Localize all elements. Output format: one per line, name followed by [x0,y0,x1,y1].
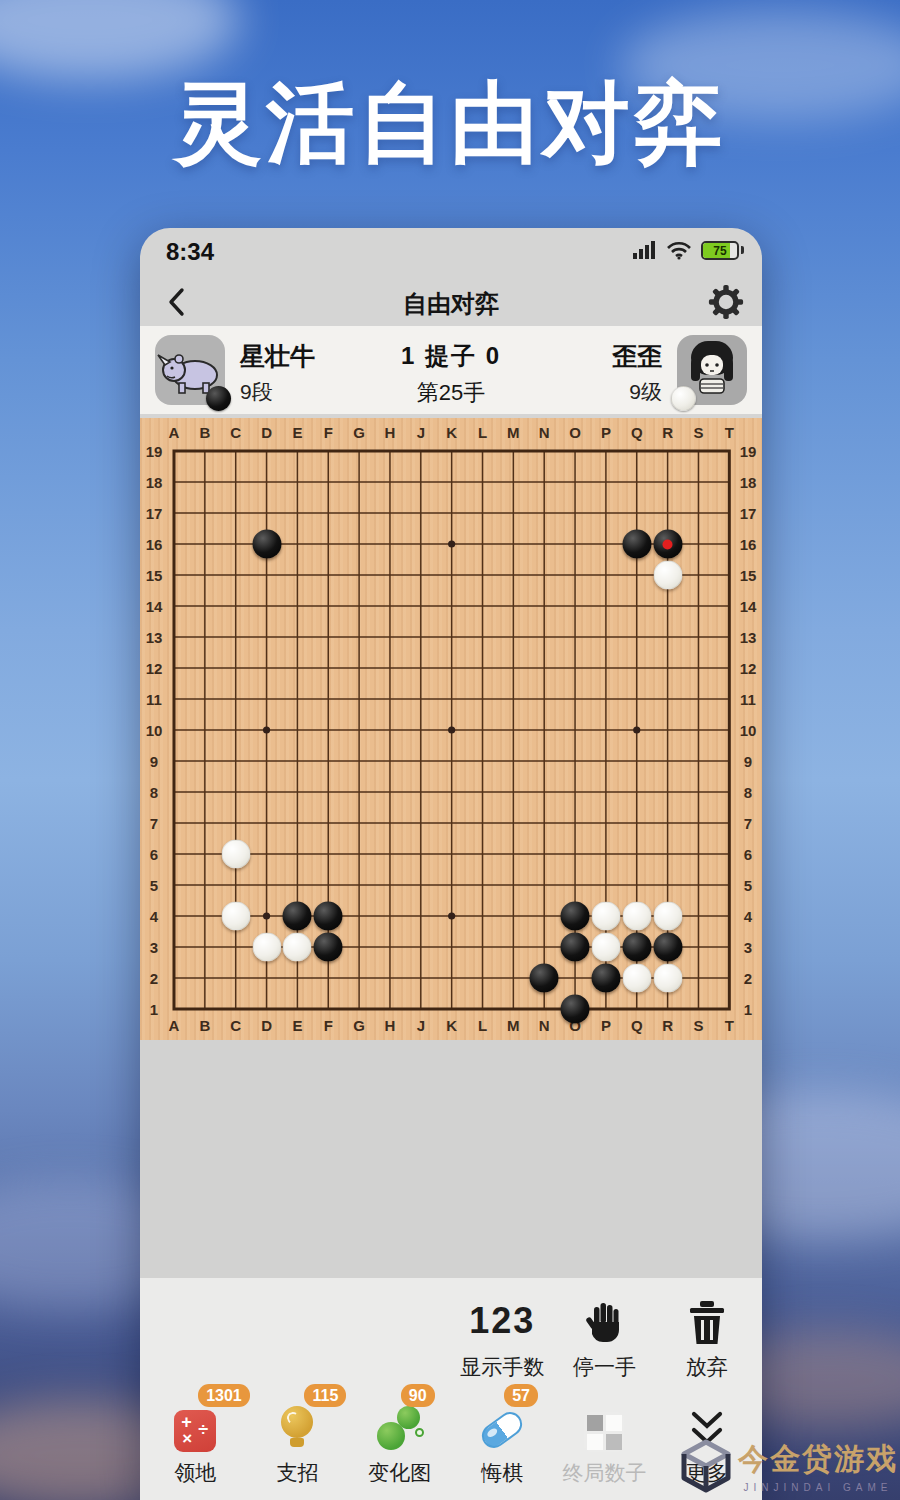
column-label-top: F [324,424,333,441]
captures-line: 1 提子 0 [140,340,762,372]
row-label-left: 19 [146,443,163,460]
row-label-left: 13 [146,629,163,646]
black-stone-O1 [561,995,590,1024]
column-label-top: R [662,424,673,441]
signal-bars-icon [633,240,657,260]
row-label-left: 15 [146,567,163,584]
row-label-right: 1 [744,1001,752,1018]
undo-button[interactable]: 57 悔棋 [451,1396,553,1487]
column-label-bottom: S [693,1017,703,1034]
white-stone-C4 [221,902,250,931]
white-stone-Q2 [622,964,651,993]
column-label-top: G [353,424,365,441]
row-label-right: 12 [740,660,757,677]
captures-black: 1 [401,342,416,369]
row-label-right: 17 [740,505,757,522]
row-label-right: 19 [740,443,757,460]
row-label-right: 18 [740,474,757,491]
white-stone-Q4 [622,902,651,931]
black-stone-E4 [283,902,312,931]
column-label-bottom: J [417,1017,425,1034]
undo-badge: 57 [504,1384,538,1407]
move-counter: 第25手 [140,378,762,408]
girl-avatar [677,335,747,405]
column-label-bottom: H [385,1017,396,1034]
row-label-left: 9 [150,753,158,770]
captures-label: 提子 [425,342,477,369]
black-stone-Q16 [622,530,651,559]
hand-pass-icon [582,1298,626,1346]
column-label-bottom: F [324,1017,333,1034]
row-label-right: 14 [740,598,757,615]
wifi-icon [666,240,692,260]
column-label-top: D [261,424,272,441]
row-label-left: 5 [150,877,158,894]
pass-button[interactable]: 停一手 [553,1290,655,1381]
black-stone-F3 [314,933,343,962]
star-point [263,912,270,919]
banner-title: 灵活自由对弈 [0,64,900,183]
star-point [448,540,455,547]
white-stone-R15 [653,561,682,590]
column-label-top: N [539,424,550,441]
black-stone-Q3 [622,933,651,962]
button-label: 终局数子 [562,1459,646,1487]
white-stone-P3 [591,933,620,962]
button-label: 显示手数 [460,1353,544,1381]
row-label-left: 18 [146,474,163,491]
button-label: 变化图 [368,1459,431,1487]
battery-icon: 75 [701,241,739,260]
white-stone-R2 [653,964,682,993]
move-numbers-123-icon: 123 [469,1296,535,1346]
watermark: 今金贷游戏 JINJINDAI GAME [680,1438,898,1494]
column-label-top: H [385,424,396,441]
hint-badge: 115 [304,1384,346,1407]
column-label-top: Q [631,424,643,441]
black-stone-R3 [653,933,682,962]
row-label-right: 11 [740,691,756,708]
board-lower-spacer [140,1040,762,1278]
row-label-left: 1 [150,1001,158,1018]
page-title: 自由对弈 [140,288,762,320]
white-stone-indicator [671,386,696,411]
row-label-right: 15 [740,567,757,584]
column-label-bottom: N [539,1017,550,1034]
white-stone-C6 [221,840,250,869]
player-white-rank: 9级 [629,378,662,406]
resign-button[interactable]: 放弃 [656,1290,758,1381]
column-label-bottom: G [353,1017,365,1034]
row-label-right: 10 [740,722,757,739]
final-count-icon [584,1412,624,1452]
row-label-right: 6 [744,846,752,863]
column-label-bottom: D [261,1017,272,1034]
undo-capsule-icon [477,1407,527,1452]
row-label-right: 2 [744,970,752,987]
captures-white: 0 [486,342,501,369]
trash-resign-icon [686,1300,728,1346]
battery-nub [741,246,744,254]
column-label-bottom: A [169,1017,180,1034]
white-stone-E3 [283,933,312,962]
row-label-left: 11 [146,691,162,708]
row-label-right: 16 [740,536,757,553]
column-label-top: C [230,424,241,441]
row-label-left: 3 [150,939,158,956]
column-label-top: K [446,424,457,441]
star-point [448,726,455,733]
column-label-top: P [601,424,611,441]
black-stone-R16 [653,530,682,559]
column-label-top: T [725,424,734,441]
show-move-numbers-button[interactable]: 123 显示手数 [451,1290,553,1381]
nav-bar: 自由对弈 [140,276,762,328]
column-label-bottom: L [478,1017,487,1034]
column-label-top: M [507,424,520,441]
button-label: 悔棋 [481,1459,523,1487]
black-stone-N2 [530,964,559,993]
row-label-right: 7 [744,815,752,832]
row-label-left: 7 [150,815,158,832]
column-label-bottom: C [230,1017,241,1034]
variation-stones-icon [377,1406,423,1452]
column-label-top: E [292,424,302,441]
column-label-top: J [417,424,425,441]
column-label-bottom: T [725,1017,734,1034]
white-stone-P4 [591,902,620,931]
hint-bulb-icon [280,1406,314,1452]
gear-icon [708,284,744,320]
button-label: 支招 [276,1459,318,1487]
last-move-marker [663,539,673,549]
settings-button[interactable] [708,284,744,320]
territory-badge: 1301 [198,1384,250,1407]
row-label-left: 2 [150,970,158,987]
black-stone-D16 [252,530,281,559]
column-label-top: B [199,424,210,441]
column-label-top: S [693,424,703,441]
row-label-left: 8 [150,784,158,801]
final-count-button: 终局数子 [553,1396,655,1487]
star-point [263,726,270,733]
black-stone-P2 [591,964,620,993]
hint-button[interactable]: 115 支招 [246,1396,348,1487]
row-label-right: 4 [744,908,752,925]
status-bar: 8:34 75 [140,228,762,276]
column-label-bottom: P [601,1017,611,1034]
white-stone-R4 [653,902,682,931]
column-label-bottom: Q [631,1017,643,1034]
player-info-bar: 星壮牛 9段 1 提子 0 第25手 歪歪 9级 [140,326,762,414]
watermark-subtext: JINJINDAI GAME [744,1482,893,1493]
black-stone-O4 [561,902,590,931]
clock-time: 8:34 [166,238,214,266]
row-label-right: 8 [744,784,752,801]
territory-calculator-icon: +×÷ [174,1410,216,1452]
column-label-bottom: M [507,1017,520,1034]
row-label-left: 6 [150,846,158,863]
screenshot-canvas: 灵活自由对弈 8:34 75 [0,0,900,1500]
row-label-right: 5 [744,877,752,894]
column-label-top: O [569,424,581,441]
column-label-bottom: B [199,1017,210,1034]
variation-button[interactable]: 90 变化图 [349,1396,451,1487]
row-label-left: 14 [146,598,163,615]
cube-logo [680,1438,732,1494]
column-label-bottom: K [446,1017,457,1034]
player-white-name: 歪歪 [612,340,662,373]
column-label-bottom: E [292,1017,302,1034]
territory-button[interactable]: +×÷ 1301 领地 [144,1396,246,1487]
row-label-left: 10 [146,722,163,739]
row-label-left: 17 [146,505,163,522]
go-board[interactable]: AABBCCDDEEFFGGHHJJKKLLMMNNOOPPQQRRSSTT19… [140,418,762,1040]
star-point [633,726,640,733]
button-label: 停一手 [573,1353,636,1381]
row-label-right: 9 [744,753,752,770]
row-label-left: 12 [146,660,163,677]
row-label-right: 13 [740,629,757,646]
black-stone-F4 [314,902,343,931]
battery-percent: 75 [703,243,737,258]
white-stone-D3 [252,933,281,962]
column-label-top: A [169,424,180,441]
black-stone-O3 [561,933,590,962]
column-label-bottom: R [662,1017,673,1034]
star-point [448,912,455,919]
column-label-top: L [478,424,487,441]
button-label: 领地 [174,1459,216,1487]
row-label-left: 4 [150,908,158,925]
row-label-left: 16 [146,536,163,553]
variation-badge: 90 [401,1384,435,1407]
bottom-toolbar: 123 显示手数 [140,1278,762,1500]
phone-screen: 8:34 75 [140,228,762,1500]
watermark-text: 今金贷游戏 [738,1439,898,1480]
button-label: 放弃 [686,1353,728,1381]
row-label-right: 3 [744,939,752,956]
